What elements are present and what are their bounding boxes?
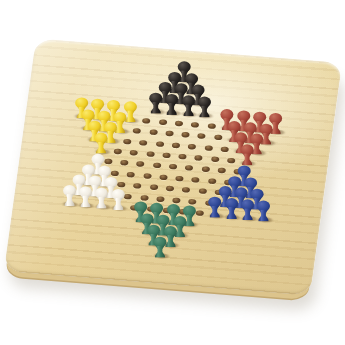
star-hole-grid: [59, 66, 288, 268]
empty-hole[interactable]: [145, 148, 155, 160]
board-hole: [124, 194, 133, 200]
empty-hole[interactable]: [162, 150, 172, 162]
peg-black[interactable]: [198, 96, 211, 117]
board-hole: [110, 170, 119, 176]
board-hole: [158, 119, 167, 125]
board-hole: [175, 120, 184, 126]
hole-white[interactable]: [113, 201, 123, 213]
empty-hole[interactable]: [194, 152, 204, 164]
empty-hole[interactable]: [195, 208, 205, 220]
board-hole: [143, 173, 152, 179]
peg-black[interactable]: [166, 94, 179, 115]
empty-hole[interactable]: [198, 186, 208, 198]
board-hole: [198, 133, 207, 139]
peg-blue[interactable]: [225, 198, 238, 219]
board-hole: [214, 134, 223, 140]
board-hole: [136, 161, 145, 167]
board-hole: [175, 176, 184, 182]
empty-hole[interactable]: [165, 183, 175, 195]
peg-black[interactable]: [149, 92, 162, 113]
empty-hole[interactable]: [190, 119, 200, 131]
empty-hole[interactable]: [148, 126, 158, 138]
board-hole: [217, 168, 226, 174]
peg-blue[interactable]: [257, 201, 270, 222]
board-hole: [152, 163, 161, 169]
empty-hole[interactable]: [113, 146, 123, 158]
peg-white[interactable]: [111, 189, 124, 210]
board-hole: [172, 197, 181, 203]
board-hole: [211, 156, 220, 162]
board-hole: [195, 155, 204, 161]
board-hole: [172, 142, 181, 148]
peg-green[interactable]: [154, 237, 167, 258]
empty-hole[interactable]: [174, 117, 184, 129]
board-hole: [198, 189, 207, 195]
empty-hole[interactable]: [213, 132, 223, 144]
empty-hole[interactable]: [201, 164, 211, 176]
empty-hole[interactable]: [171, 139, 181, 151]
empty-hole[interactable]: [178, 151, 188, 163]
empty-hole[interactable]: [152, 160, 162, 172]
hole-blue[interactable]: [243, 211, 253, 223]
hole-black[interactable]: [151, 105, 161, 117]
board-hole: [146, 151, 155, 157]
game-board: [4, 38, 343, 295]
empty-hole[interactable]: [129, 147, 139, 159]
board-hole: [130, 150, 139, 156]
empty-hole[interactable]: [181, 184, 191, 196]
peg-red[interactable]: [241, 144, 254, 165]
empty-hole[interactable]: [191, 174, 201, 186]
hole-green[interactable]: [166, 238, 176, 250]
board-hole: [191, 122, 200, 128]
hole-red[interactable]: [252, 146, 262, 158]
empty-hole[interactable]: [142, 170, 152, 182]
hole-white[interactable]: [65, 197, 75, 209]
empty-hole[interactable]: [168, 161, 178, 173]
empty-hole[interactable]: [158, 116, 168, 128]
hole-green[interactable]: [156, 249, 166, 261]
empty-hole[interactable]: [197, 130, 207, 142]
empty-hole[interactable]: [226, 155, 236, 167]
board-hole: [133, 128, 142, 134]
hole-red[interactable]: [272, 125, 282, 137]
empty-hole[interactable]: [184, 162, 194, 174]
board-hole: [155, 141, 164, 147]
board-hole: [181, 132, 190, 138]
hole-white[interactable]: [81, 198, 91, 210]
empty-hole[interactable]: [159, 171, 169, 183]
hole-yellow[interactable]: [126, 114, 136, 126]
board-hole: [104, 159, 113, 165]
hole-yellow[interactable]: [106, 134, 116, 146]
board-hole: [140, 195, 149, 201]
empty-hole[interactable]: [165, 128, 175, 140]
empty-hole[interactable]: [207, 120, 217, 132]
board-hole: [113, 149, 122, 155]
peg-yellow[interactable]: [95, 132, 108, 153]
board-hole: [169, 164, 178, 170]
board-hole: [133, 183, 142, 189]
board-hole: [204, 145, 213, 151]
empty-hole[interactable]: [149, 182, 159, 194]
empty-hole[interactable]: [175, 173, 185, 185]
board-hole: [195, 210, 204, 216]
board-hole: [159, 174, 168, 180]
board-hole: [178, 154, 187, 160]
empty-hole[interactable]: [155, 138, 165, 150]
board-hole: [127, 172, 136, 178]
hole-blue[interactable]: [211, 209, 221, 221]
board-hole: [156, 196, 165, 202]
hole-blue[interactable]: [260, 213, 270, 225]
empty-hole[interactable]: [217, 165, 227, 177]
board-hole: [166, 186, 175, 192]
hole-white[interactable]: [97, 200, 107, 212]
empty-hole[interactable]: [139, 137, 149, 149]
empty-hole[interactable]: [133, 180, 143, 192]
board-hole: [142, 118, 151, 124]
peg-black[interactable]: [182, 95, 195, 116]
board-hole: [117, 182, 126, 188]
hole-red[interactable]: [262, 136, 272, 148]
peg-blue[interactable]: [209, 197, 222, 218]
hole-black[interactable]: [200, 108, 210, 120]
board-hole: [188, 199, 197, 205]
empty-hole[interactable]: [119, 157, 129, 169]
board-hole: [185, 165, 194, 171]
empty-hole[interactable]: [123, 135, 133, 147]
board-hole: [162, 152, 171, 158]
board-hole: [165, 131, 174, 137]
empty-hole[interactable]: [136, 159, 146, 171]
hole-black[interactable]: [184, 107, 194, 119]
empty-hole[interactable]: [204, 142, 214, 154]
empty-hole[interactable]: [210, 154, 220, 166]
board-hole: [123, 138, 132, 144]
empty-hole[interactable]: [220, 143, 230, 155]
hole-black[interactable]: [168, 106, 178, 118]
board-hole: [120, 160, 129, 166]
board-hole: [188, 143, 197, 149]
peg-white[interactable]: [63, 185, 76, 206]
peg-blue[interactable]: [241, 199, 254, 220]
board-hole: [182, 187, 191, 193]
empty-hole[interactable]: [142, 115, 152, 127]
board-hole: [149, 129, 158, 135]
peg-white[interactable]: [95, 188, 108, 209]
board-hole: [220, 146, 229, 152]
empty-hole[interactable]: [126, 169, 136, 181]
board-hole: [208, 178, 217, 184]
board-hole: [191, 177, 200, 183]
empty-hole[interactable]: [187, 141, 197, 153]
hole-yellow[interactable]: [116, 124, 126, 136]
empty-hole[interactable]: [207, 175, 217, 187]
product-photo-stage: [0, 0, 345, 345]
board-hole: [201, 167, 210, 173]
board-hole: [207, 123, 216, 129]
board-hole: [149, 185, 158, 191]
peg-white[interactable]: [79, 186, 92, 207]
empty-hole[interactable]: [132, 125, 142, 137]
board-hole: [139, 140, 148, 146]
hole-blue[interactable]: [227, 210, 237, 222]
board-hole: [227, 158, 236, 164]
empty-hole[interactable]: [181, 129, 191, 141]
